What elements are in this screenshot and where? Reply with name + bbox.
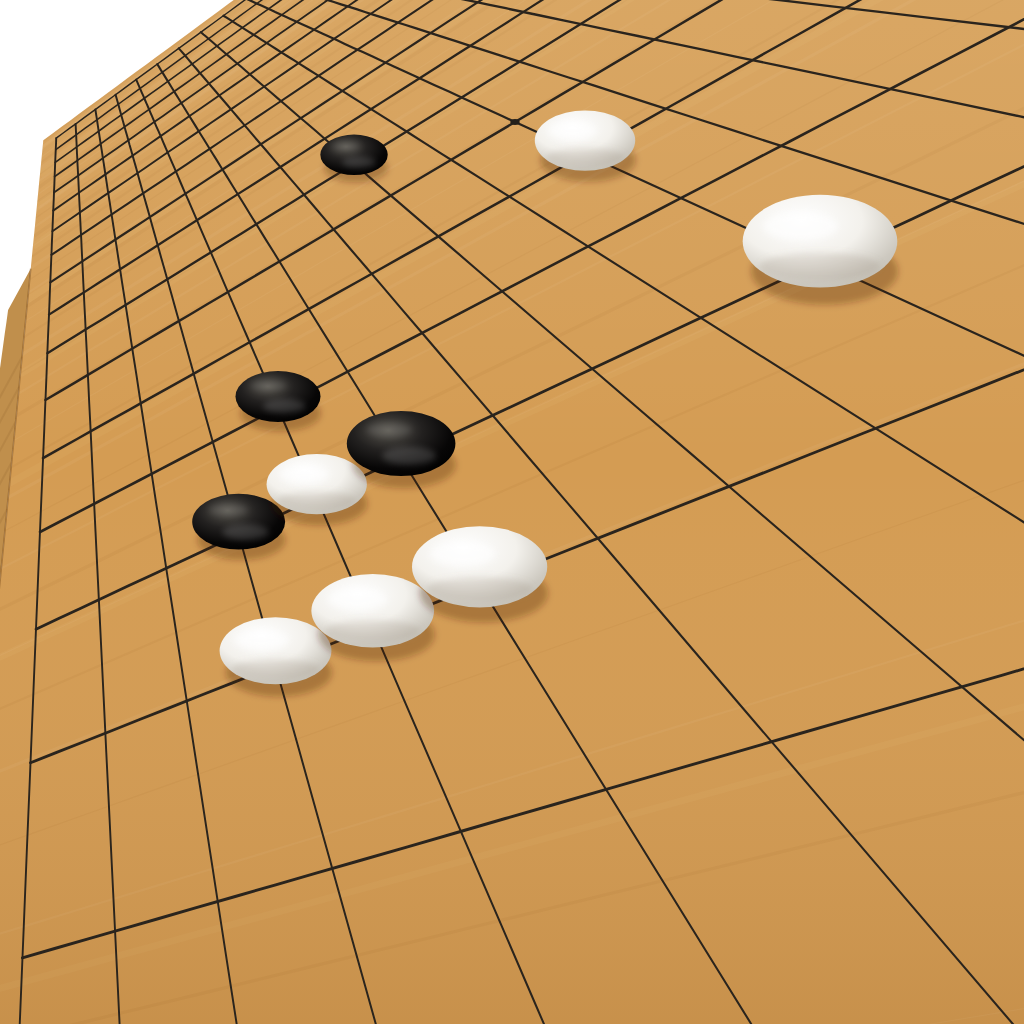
stone-highlight xyxy=(328,588,387,610)
stone-highlight xyxy=(548,122,596,140)
stone-body xyxy=(192,494,285,550)
white-stone xyxy=(311,574,434,661)
stone-rim-shadow xyxy=(325,620,421,642)
white-stone xyxy=(412,526,548,622)
stone-body xyxy=(235,371,320,422)
stone-rim-shadow xyxy=(232,659,319,679)
go-board xyxy=(0,0,1024,1024)
stone-highlight xyxy=(235,630,289,650)
stone-sheen xyxy=(251,380,287,391)
white-stone xyxy=(743,195,898,305)
stone-specular xyxy=(342,157,376,168)
stone-specular xyxy=(382,447,436,465)
white-stone xyxy=(220,617,332,697)
stone-rim-shadow xyxy=(760,253,881,281)
stone-specular xyxy=(222,525,268,541)
stone-highlight xyxy=(764,212,838,240)
stone-body xyxy=(347,411,456,476)
stone-sheen xyxy=(332,142,360,151)
stone-rim-shadow xyxy=(278,492,356,510)
black-stone xyxy=(320,135,388,183)
board-top-shading xyxy=(0,0,1024,1024)
black-stone xyxy=(347,411,456,488)
black-stone xyxy=(192,494,285,560)
stone-specular xyxy=(263,399,306,413)
stone-body xyxy=(320,135,387,175)
black-stone xyxy=(235,371,320,431)
star-point xyxy=(510,119,519,125)
stone-sheen xyxy=(209,504,248,516)
stone-rim-shadow xyxy=(427,577,533,601)
stone-highlight xyxy=(430,542,495,566)
white-stone xyxy=(535,110,636,181)
go-board-photo: Wooden go board photographed from a corn… xyxy=(0,0,1024,1024)
stone-sheen xyxy=(366,423,412,437)
white-stone xyxy=(267,454,368,525)
stone-highlight xyxy=(280,465,328,483)
stone-rim-shadow xyxy=(546,148,624,166)
